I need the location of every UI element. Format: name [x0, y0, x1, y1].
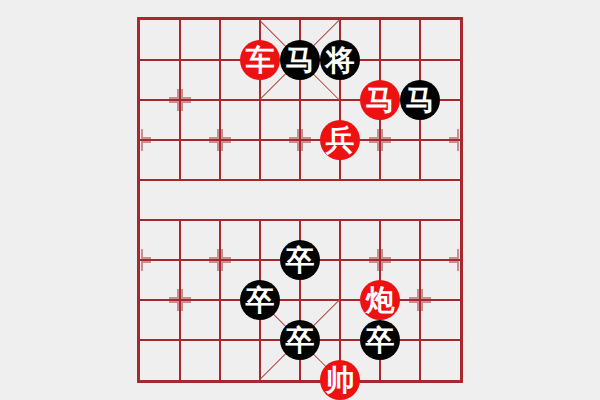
- point-marker-corner: [169, 289, 179, 299]
- point-marker-corner: [169, 301, 179, 311]
- point-marker-corner: [181, 101, 191, 111]
- point-marker: [409, 289, 431, 311]
- point-marker: [169, 89, 191, 111]
- point-marker-corner: [381, 261, 391, 271]
- point-marker-corner: [221, 249, 231, 259]
- point-marker: [289, 129, 311, 151]
- point-marker: [369, 129, 391, 151]
- piece-red-horse[interactable]: 马: [360, 80, 400, 120]
- point-marker-corner: [289, 129, 299, 139]
- point-marker-corner: [381, 141, 391, 151]
- point-marker-corner: [421, 289, 431, 299]
- point-marker: [209, 249, 231, 271]
- point-marker-corner: [141, 141, 151, 151]
- piece-black-general[interactable]: 将: [320, 40, 360, 80]
- point-marker-corner: [409, 289, 419, 299]
- point-marker-corner: [421, 301, 431, 311]
- point-marker-corner: [449, 261, 459, 271]
- piece-black-soldier[interactable]: 卒: [240, 280, 280, 320]
- point-marker-corner: [221, 129, 231, 139]
- piece-black-soldier[interactable]: 卒: [280, 240, 320, 280]
- point-marker-corner: [209, 249, 219, 259]
- point-marker-corner: [209, 141, 219, 151]
- page-background: 车马将马马兵卒卒炮卒卒帅: [0, 0, 600, 400]
- point-marker-corner: [181, 89, 191, 99]
- point-marker-corner: [221, 261, 231, 271]
- piece-black-soldier[interactable]: 卒: [360, 320, 400, 360]
- point-marker-corner: [221, 141, 231, 151]
- point-marker-corner: [289, 141, 299, 151]
- point-marker-corner: [449, 141, 459, 151]
- point-marker-corner: [409, 301, 419, 311]
- point-marker-corner: [369, 261, 379, 271]
- point-marker: [209, 129, 231, 151]
- point-marker-corner: [169, 101, 179, 111]
- piece-red-chariot[interactable]: 车: [240, 40, 280, 80]
- xiangqi-board[interactable]: 车马将马马兵卒卒炮卒卒帅: [137, 17, 463, 383]
- point-marker-corner: [141, 261, 151, 271]
- point-marker-corner: [369, 129, 379, 139]
- point-marker-corner: [301, 141, 311, 151]
- point-marker-corner: [209, 261, 219, 271]
- point-marker: [449, 249, 471, 271]
- piece-red-cannon[interactable]: 炮: [360, 280, 400, 320]
- point-marker: [449, 129, 471, 151]
- point-marker-corner: [369, 249, 379, 259]
- point-marker: [129, 129, 151, 151]
- point-marker-corner: [181, 289, 191, 299]
- piece-red-general[interactable]: 帅: [320, 360, 360, 400]
- point-marker: [369, 249, 391, 271]
- point-marker-corner: [369, 141, 379, 151]
- point-marker-corner: [141, 249, 151, 259]
- piece-black-horse[interactable]: 马: [400, 80, 440, 120]
- point-marker-corner: [381, 249, 391, 259]
- point-marker: [129, 249, 151, 271]
- grid-line-vertical: [219, 219, 221, 380]
- piece-red-soldier[interactable]: 兵: [320, 120, 360, 160]
- grid-line-vertical: [219, 20, 221, 181]
- point-marker-corner: [301, 129, 311, 139]
- piece-black-soldier[interactable]: 卒: [280, 320, 320, 360]
- point-marker-corner: [449, 249, 459, 259]
- point-marker-corner: [381, 129, 391, 139]
- point-marker-corner: [449, 129, 459, 139]
- point-marker-corner: [141, 129, 151, 139]
- point-marker-corner: [169, 89, 179, 99]
- piece-black-horse[interactable]: 马: [280, 40, 320, 80]
- point-marker-corner: [209, 129, 219, 139]
- point-marker: [169, 289, 191, 311]
- point-marker-corner: [181, 301, 191, 311]
